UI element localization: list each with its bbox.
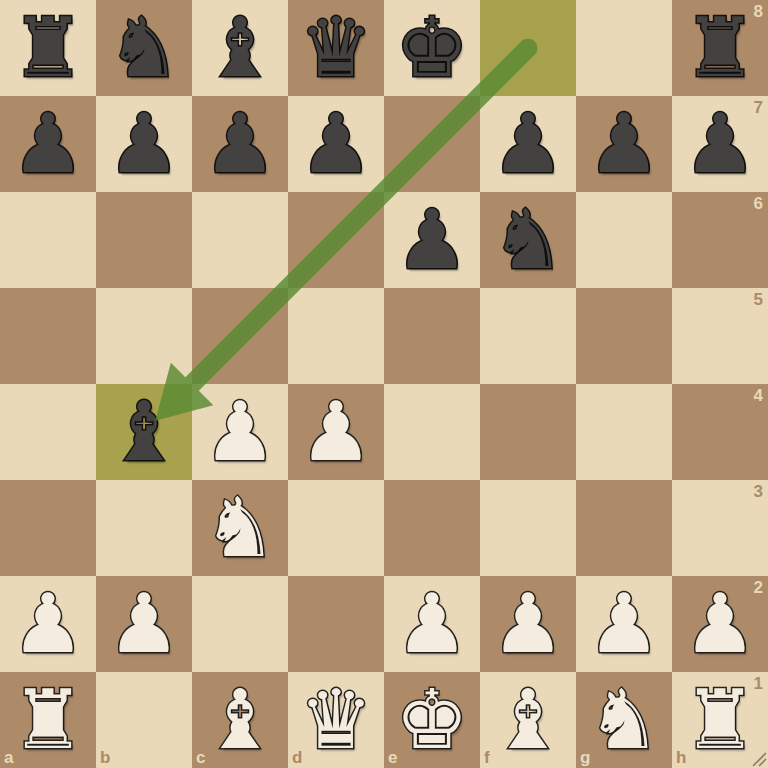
square-e2[interactable]: ♟ bbox=[384, 576, 480, 672]
square-a2[interactable]: ♟ bbox=[0, 576, 96, 672]
black-knight[interactable]: ♞ bbox=[96, 0, 192, 96]
square-d8[interactable]: ♛ bbox=[288, 0, 384, 96]
black-pawn[interactable]: ♟ bbox=[192, 96, 288, 192]
square-b8[interactable]: ♞ bbox=[96, 0, 192, 96]
square-a4[interactable] bbox=[0, 384, 96, 480]
black-pawn[interactable]: ♟ bbox=[576, 96, 672, 192]
square-c8[interactable]: ♝ bbox=[192, 0, 288, 96]
square-f8[interactable] bbox=[480, 0, 576, 96]
square-d7[interactable]: ♟ bbox=[288, 96, 384, 192]
coord-file-b: b bbox=[100, 748, 110, 768]
square-h5[interactable]: 5 bbox=[672, 288, 768, 384]
square-a8[interactable]: ♜ bbox=[0, 0, 96, 96]
square-g5[interactable] bbox=[576, 288, 672, 384]
square-e4[interactable] bbox=[384, 384, 480, 480]
black-king[interactable]: ♚ bbox=[384, 0, 480, 96]
square-b4[interactable]: ♝ bbox=[96, 384, 192, 480]
black-pawn[interactable]: ♟ bbox=[0, 96, 96, 192]
square-h7[interactable]: ♟7 bbox=[672, 96, 768, 192]
white-bishop[interactable]: ♝ bbox=[192, 672, 288, 768]
square-b5[interactable] bbox=[96, 288, 192, 384]
square-h4[interactable]: 4 bbox=[672, 384, 768, 480]
white-pawn[interactable]: ♟ bbox=[672, 576, 768, 672]
square-g6[interactable] bbox=[576, 192, 672, 288]
coord-rank-5: 5 bbox=[754, 290, 763, 310]
square-e8[interactable]: ♚ bbox=[384, 0, 480, 96]
white-pawn[interactable]: ♟ bbox=[96, 576, 192, 672]
square-h3[interactable]: 3 bbox=[672, 480, 768, 576]
square-c6[interactable] bbox=[192, 192, 288, 288]
coord-rank-3: 3 bbox=[754, 482, 763, 502]
square-c3[interactable]: ♞ bbox=[192, 480, 288, 576]
square-c7[interactable]: ♟ bbox=[192, 96, 288, 192]
square-f6[interactable]: ♞ bbox=[480, 192, 576, 288]
square-c2[interactable] bbox=[192, 576, 288, 672]
coord-rank-4: 4 bbox=[754, 386, 763, 406]
square-e6[interactable]: ♟ bbox=[384, 192, 480, 288]
black-rook[interactable]: ♜ bbox=[672, 0, 768, 96]
black-pawn[interactable]: ♟ bbox=[288, 96, 384, 192]
resize-handle-icon[interactable] bbox=[746, 746, 768, 768]
white-bishop[interactable]: ♝ bbox=[480, 672, 576, 768]
coord-rank-6: 6 bbox=[754, 194, 763, 214]
square-g8[interactable] bbox=[576, 0, 672, 96]
square-g3[interactable] bbox=[576, 480, 672, 576]
square-h6[interactable]: 6 bbox=[672, 192, 768, 288]
square-f2[interactable]: ♟ bbox=[480, 576, 576, 672]
square-d3[interactable] bbox=[288, 480, 384, 576]
black-knight[interactable]: ♞ bbox=[480, 192, 576, 288]
square-f7[interactable]: ♟ bbox=[480, 96, 576, 192]
square-e3[interactable] bbox=[384, 480, 480, 576]
square-f1[interactable]: ♝f bbox=[480, 672, 576, 768]
square-b2[interactable]: ♟ bbox=[96, 576, 192, 672]
square-a7[interactable]: ♟ bbox=[0, 96, 96, 192]
white-rook[interactable]: ♜ bbox=[0, 672, 96, 768]
black-pawn[interactable]: ♟ bbox=[96, 96, 192, 192]
square-g1[interactable]: ♞g bbox=[576, 672, 672, 768]
square-f4[interactable] bbox=[480, 384, 576, 480]
white-pawn[interactable]: ♟ bbox=[384, 576, 480, 672]
white-pawn[interactable]: ♟ bbox=[0, 576, 96, 672]
square-a1[interactable]: ♜a bbox=[0, 672, 96, 768]
square-b3[interactable] bbox=[96, 480, 192, 576]
square-e1[interactable]: ♚e bbox=[384, 672, 480, 768]
square-h2[interactable]: ♟2 bbox=[672, 576, 768, 672]
white-pawn[interactable]: ♟ bbox=[192, 384, 288, 480]
black-pawn[interactable]: ♟ bbox=[384, 192, 480, 288]
square-e7[interactable] bbox=[384, 96, 480, 192]
square-a3[interactable] bbox=[0, 480, 96, 576]
black-queen[interactable]: ♛ bbox=[288, 0, 384, 96]
square-c1[interactable]: ♝c bbox=[192, 672, 288, 768]
square-d6[interactable] bbox=[288, 192, 384, 288]
black-bishop[interactable]: ♝ bbox=[192, 0, 288, 96]
chess-board[interactable]: ♜♞♝♛♚♜8♟♟♟♟♟♟♟7♟♞65♝♟♟4♞3♟♟♟♟♟♟2♜ab♝c♛d♚… bbox=[0, 0, 768, 768]
square-e5[interactable] bbox=[384, 288, 480, 384]
white-pawn[interactable]: ♟ bbox=[288, 384, 384, 480]
black-pawn[interactable]: ♟ bbox=[480, 96, 576, 192]
square-b6[interactable] bbox=[96, 192, 192, 288]
square-f3[interactable] bbox=[480, 480, 576, 576]
white-knight[interactable]: ♞ bbox=[576, 672, 672, 768]
square-d2[interactable] bbox=[288, 576, 384, 672]
square-d1[interactable]: ♛d bbox=[288, 672, 384, 768]
white-king[interactable]: ♚ bbox=[384, 672, 480, 768]
square-g2[interactable]: ♟ bbox=[576, 576, 672, 672]
white-pawn[interactable]: ♟ bbox=[576, 576, 672, 672]
board-grid: ♜♞♝♛♚♜8♟♟♟♟♟♟♟7♟♞65♝♟♟4♞3♟♟♟♟♟♟2♜ab♝c♛d♚… bbox=[0, 0, 768, 768]
black-bishop[interactable]: ♝ bbox=[96, 384, 192, 480]
square-c5[interactable] bbox=[192, 288, 288, 384]
square-f5[interactable] bbox=[480, 288, 576, 384]
square-b7[interactable]: ♟ bbox=[96, 96, 192, 192]
white-pawn[interactable]: ♟ bbox=[480, 576, 576, 672]
square-d4[interactable]: ♟ bbox=[288, 384, 384, 480]
white-knight[interactable]: ♞ bbox=[192, 480, 288, 576]
black-rook[interactable]: ♜ bbox=[0, 0, 96, 96]
white-queen[interactable]: ♛ bbox=[288, 672, 384, 768]
black-pawn[interactable]: ♟ bbox=[672, 96, 768, 192]
square-c4[interactable]: ♟ bbox=[192, 384, 288, 480]
square-d5[interactable] bbox=[288, 288, 384, 384]
square-a6[interactable] bbox=[0, 192, 96, 288]
square-g7[interactable]: ♟ bbox=[576, 96, 672, 192]
square-g4[interactable] bbox=[576, 384, 672, 480]
square-b1[interactable]: b bbox=[96, 672, 192, 768]
square-a5[interactable] bbox=[0, 288, 96, 384]
square-h8[interactable]: ♜8 bbox=[672, 0, 768, 96]
